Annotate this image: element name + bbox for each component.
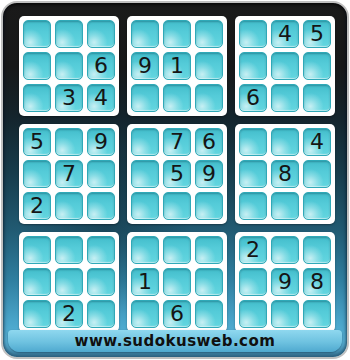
- cell-r2c3[interactable]: 6: [87, 52, 115, 80]
- cell-r7c8[interactable]: [271, 236, 299, 264]
- cell-r4c5[interactable]: 7: [163, 128, 191, 156]
- cell-r4c2[interactable]: [55, 128, 83, 156]
- cell-r6c4[interactable]: [131, 192, 159, 220]
- cell-r1c3[interactable]: [87, 20, 115, 48]
- cell-r5c1[interactable]: [23, 160, 51, 188]
- cell-r8c6[interactable]: [195, 268, 223, 296]
- cell-r2c9[interactable]: [303, 52, 331, 80]
- cell-r8c7[interactable]: [239, 268, 267, 296]
- cell-r1c8[interactable]: 4: [271, 20, 299, 48]
- cell-r8c9[interactable]: 8: [303, 268, 331, 296]
- cell-r3c8[interactable]: [271, 84, 299, 112]
- cell-r8c5[interactable]: [163, 268, 191, 296]
- cell-r6c8[interactable]: [271, 192, 299, 220]
- cell-r8c4[interactable]: 1: [131, 268, 159, 296]
- cell-r9c3[interactable]: [87, 300, 115, 328]
- cell-r9c7[interactable]: [239, 300, 267, 328]
- board-frame: 634914565972765948216298 www.sudokusweb.…: [1, 1, 349, 359]
- cell-r1c2[interactable]: [55, 20, 83, 48]
- cell-r4c3[interactable]: 9: [87, 128, 115, 156]
- cell-r6c7[interactable]: [239, 192, 267, 220]
- cell-r3c3[interactable]: 4: [87, 84, 115, 112]
- cell-r1c7[interactable]: [239, 20, 267, 48]
- cell-r2c5[interactable]: 1: [163, 52, 191, 80]
- cell-r5c6[interactable]: 9: [195, 160, 223, 188]
- cell-r5c9[interactable]: [303, 160, 331, 188]
- cell-r1c1[interactable]: [23, 20, 51, 48]
- sudoku-box-4: 5972: [19, 124, 119, 224]
- cell-r6c2[interactable]: [55, 192, 83, 220]
- cell-r2c7[interactable]: [239, 52, 267, 80]
- cell-r5c3[interactable]: [87, 160, 115, 188]
- cell-r9c5[interactable]: 6: [163, 300, 191, 328]
- cell-r7c5[interactable]: [163, 236, 191, 264]
- footer-bar: www.sudokusweb.com: [8, 330, 342, 352]
- cell-r7c6[interactable]: [195, 236, 223, 264]
- cell-r8c2[interactable]: [55, 268, 83, 296]
- cell-r3c4[interactable]: [131, 84, 159, 112]
- cell-r7c3[interactable]: [87, 236, 115, 264]
- cell-r4c8[interactable]: [271, 128, 299, 156]
- cell-r6c9[interactable]: [303, 192, 331, 220]
- site-url: www.sudokusweb.com: [75, 332, 276, 350]
- cell-r1c5[interactable]: [163, 20, 191, 48]
- cell-r9c9[interactable]: [303, 300, 331, 328]
- cell-r2c8[interactable]: [271, 52, 299, 80]
- cell-r8c1[interactable]: [23, 268, 51, 296]
- cell-r5c8[interactable]: 8: [271, 160, 299, 188]
- cell-r3c9[interactable]: [303, 84, 331, 112]
- cell-r5c7[interactable]: [239, 160, 267, 188]
- sudoku-box-3: 456: [235, 16, 335, 116]
- cell-r6c5[interactable]: [163, 192, 191, 220]
- cell-r9c4[interactable]: [131, 300, 159, 328]
- cell-r2c6[interactable]: [195, 52, 223, 80]
- cell-r9c8[interactable]: [271, 300, 299, 328]
- cell-r9c2[interactable]: 2: [55, 300, 83, 328]
- cell-r3c6[interactable]: [195, 84, 223, 112]
- cell-r3c7[interactable]: 6: [239, 84, 267, 112]
- cell-r4c9[interactable]: 4: [303, 128, 331, 156]
- cell-r9c6[interactable]: [195, 300, 223, 328]
- cell-r7c4[interactable]: [131, 236, 159, 264]
- cell-r5c2[interactable]: 7: [55, 160, 83, 188]
- cell-r7c9[interactable]: [303, 236, 331, 264]
- cell-r2c4[interactable]: 9: [131, 52, 159, 80]
- sudoku-box-6: 48: [235, 124, 335, 224]
- cell-r4c4[interactable]: [131, 128, 159, 156]
- sudoku-box-1: 634: [19, 16, 119, 116]
- sudoku-image: 634914565972765948216298 www.sudokusweb.…: [0, 0, 350, 360]
- cell-r8c3[interactable]: [87, 268, 115, 296]
- cell-r1c9[interactable]: 5: [303, 20, 331, 48]
- cell-r3c5[interactable]: [163, 84, 191, 112]
- sudoku-box-7: 2: [19, 232, 119, 332]
- cell-r3c2[interactable]: 3: [55, 84, 83, 112]
- cell-r4c7[interactable]: [239, 128, 267, 156]
- cell-r3c1[interactable]: [23, 84, 51, 112]
- cell-r7c2[interactable]: [55, 236, 83, 264]
- cell-r5c5[interactable]: 5: [163, 160, 191, 188]
- cell-r4c1[interactable]: 5: [23, 128, 51, 156]
- sudoku-box-2: 91: [127, 16, 227, 116]
- cell-r5c4[interactable]: [131, 160, 159, 188]
- sudoku-box-9: 298: [235, 232, 335, 332]
- cell-r1c6[interactable]: [195, 20, 223, 48]
- cell-r2c1[interactable]: [23, 52, 51, 80]
- cell-r6c6[interactable]: [195, 192, 223, 220]
- cell-r7c1[interactable]: [23, 236, 51, 264]
- cell-r9c1[interactable]: [23, 300, 51, 328]
- sudoku-box-8: 16: [127, 232, 227, 332]
- cell-r8c8[interactable]: 9: [271, 268, 299, 296]
- sudoku-board: 634914565972765948216298: [19, 16, 335, 332]
- cell-r2c2[interactable]: [55, 52, 83, 80]
- cell-r4c6[interactable]: 6: [195, 128, 223, 156]
- sudoku-box-5: 7659: [127, 124, 227, 224]
- cell-r1c4[interactable]: [131, 20, 159, 48]
- cell-r6c1[interactable]: 2: [23, 192, 51, 220]
- cell-r6c3[interactable]: [87, 192, 115, 220]
- cell-r7c7[interactable]: 2: [239, 236, 267, 264]
